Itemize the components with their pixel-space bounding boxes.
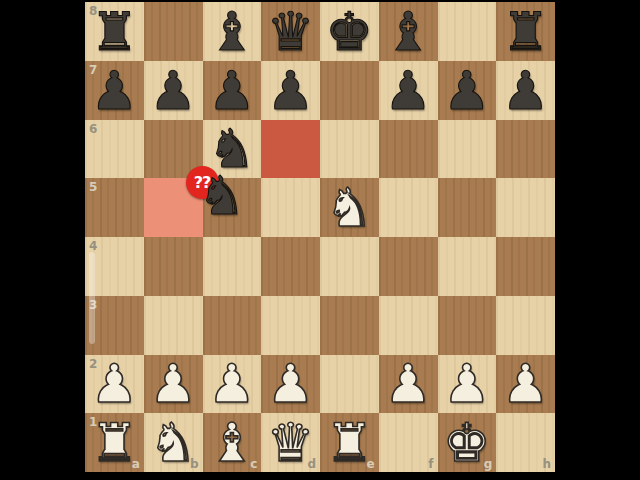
square-e3[interactable] <box>320 296 379 355</box>
chess-board: 87654321abcdefgh♜♝♛♚♝♜♟♟♟♟♟♟♟♞♞♟♟♟♟♟♟♟♜♞… <box>85 2 555 472</box>
square-e2[interactable] <box>320 355 379 414</box>
piece-white-rook-e1[interactable]: ♜ <box>320 413 379 472</box>
square-e4[interactable] <box>320 237 379 296</box>
highlight-d6 <box>261 120 320 179</box>
piece-white-pawn-f2[interactable]: ♟ <box>379 355 438 414</box>
video-frame: 87654321abcdefgh♜♝♛♚♝♜♟♟♟♟♟♟♟♞♞♟♟♟♟♟♟♟♜♞… <box>0 0 640 480</box>
piece-black-pawn-g7[interactable]: ♟ <box>438 61 497 120</box>
square-a6[interactable]: 6 <box>85 120 144 179</box>
piece-white-pawn-h2[interactable]: ♟ <box>496 355 555 414</box>
square-h6[interactable] <box>496 120 555 179</box>
square-d4[interactable] <box>261 237 320 296</box>
piece-white-knight-e5[interactable]: ♞ <box>320 178 379 237</box>
piece-white-rook-a1[interactable]: ♜ <box>85 413 144 472</box>
scroll-indicator[interactable] <box>89 252 95 344</box>
piece-white-pawn-a2[interactable]: ♟ <box>85 355 144 414</box>
square-f1[interactable]: f <box>379 413 438 472</box>
square-g5[interactable] <box>438 178 497 237</box>
file-label-f: f <box>428 457 433 471</box>
rank-label-6: 6 <box>89 122 97 136</box>
piece-black-rook-a8[interactable]: ♜ <box>85 2 144 61</box>
piece-white-queen-d1[interactable]: ♛ <box>261 413 320 472</box>
piece-black-pawn-h7[interactable]: ♟ <box>496 61 555 120</box>
piece-black-king-e8[interactable]: ♚ <box>320 2 379 61</box>
piece-black-queen-d8[interactable]: ♛ <box>261 2 320 61</box>
piece-white-bishop-c1[interactable]: ♝ <box>203 413 262 472</box>
piece-black-pawn-b7[interactable]: ♟ <box>144 61 203 120</box>
rank-label-5: 5 <box>89 180 97 194</box>
piece-white-pawn-d2[interactable]: ♟ <box>261 355 320 414</box>
square-e7[interactable] <box>320 61 379 120</box>
square-f6[interactable] <box>379 120 438 179</box>
piece-white-pawn-g2[interactable]: ♟ <box>438 355 497 414</box>
piece-black-pawn-a7[interactable]: ♟ <box>85 61 144 120</box>
square-b3[interactable] <box>144 296 203 355</box>
piece-black-pawn-f7[interactable]: ♟ <box>379 61 438 120</box>
piece-black-knight-c5-moving[interactable]: ♞ <box>193 166 252 225</box>
square-h4[interactable] <box>496 237 555 296</box>
piece-black-bishop-f8[interactable]: ♝ <box>379 2 438 61</box>
square-a5[interactable]: 5 <box>85 178 144 237</box>
square-f5[interactable] <box>379 178 438 237</box>
piece-white-pawn-b2[interactable]: ♟ <box>144 355 203 414</box>
piece-white-knight-b1[interactable]: ♞ <box>144 413 203 472</box>
square-g3[interactable] <box>438 296 497 355</box>
square-b4[interactable] <box>144 237 203 296</box>
piece-black-rook-h8[interactable]: ♜ <box>496 2 555 61</box>
square-h5[interactable] <box>496 178 555 237</box>
file-label-h: h <box>542 457 551 471</box>
square-f4[interactable] <box>379 237 438 296</box>
square-d5[interactable] <box>261 178 320 237</box>
rank-label-4: 4 <box>89 239 97 253</box>
piece-white-king-g1[interactable]: ♚ <box>438 413 497 472</box>
square-h3[interactable] <box>496 296 555 355</box>
square-g4[interactable] <box>438 237 497 296</box>
square-c4[interactable] <box>203 237 262 296</box>
square-d3[interactable] <box>261 296 320 355</box>
square-g8[interactable] <box>438 2 497 61</box>
piece-white-pawn-c2[interactable]: ♟ <box>203 355 262 414</box>
square-e6[interactable] <box>320 120 379 179</box>
square-f3[interactable] <box>379 296 438 355</box>
square-b8[interactable] <box>144 2 203 61</box>
piece-black-pawn-c7[interactable]: ♟ <box>203 61 262 120</box>
piece-black-pawn-d7[interactable]: ♟ <box>261 61 320 120</box>
square-g6[interactable] <box>438 120 497 179</box>
square-c3[interactable] <box>203 296 262 355</box>
piece-black-bishop-c8[interactable]: ♝ <box>203 2 262 61</box>
square-h1[interactable]: h <box>496 413 555 472</box>
